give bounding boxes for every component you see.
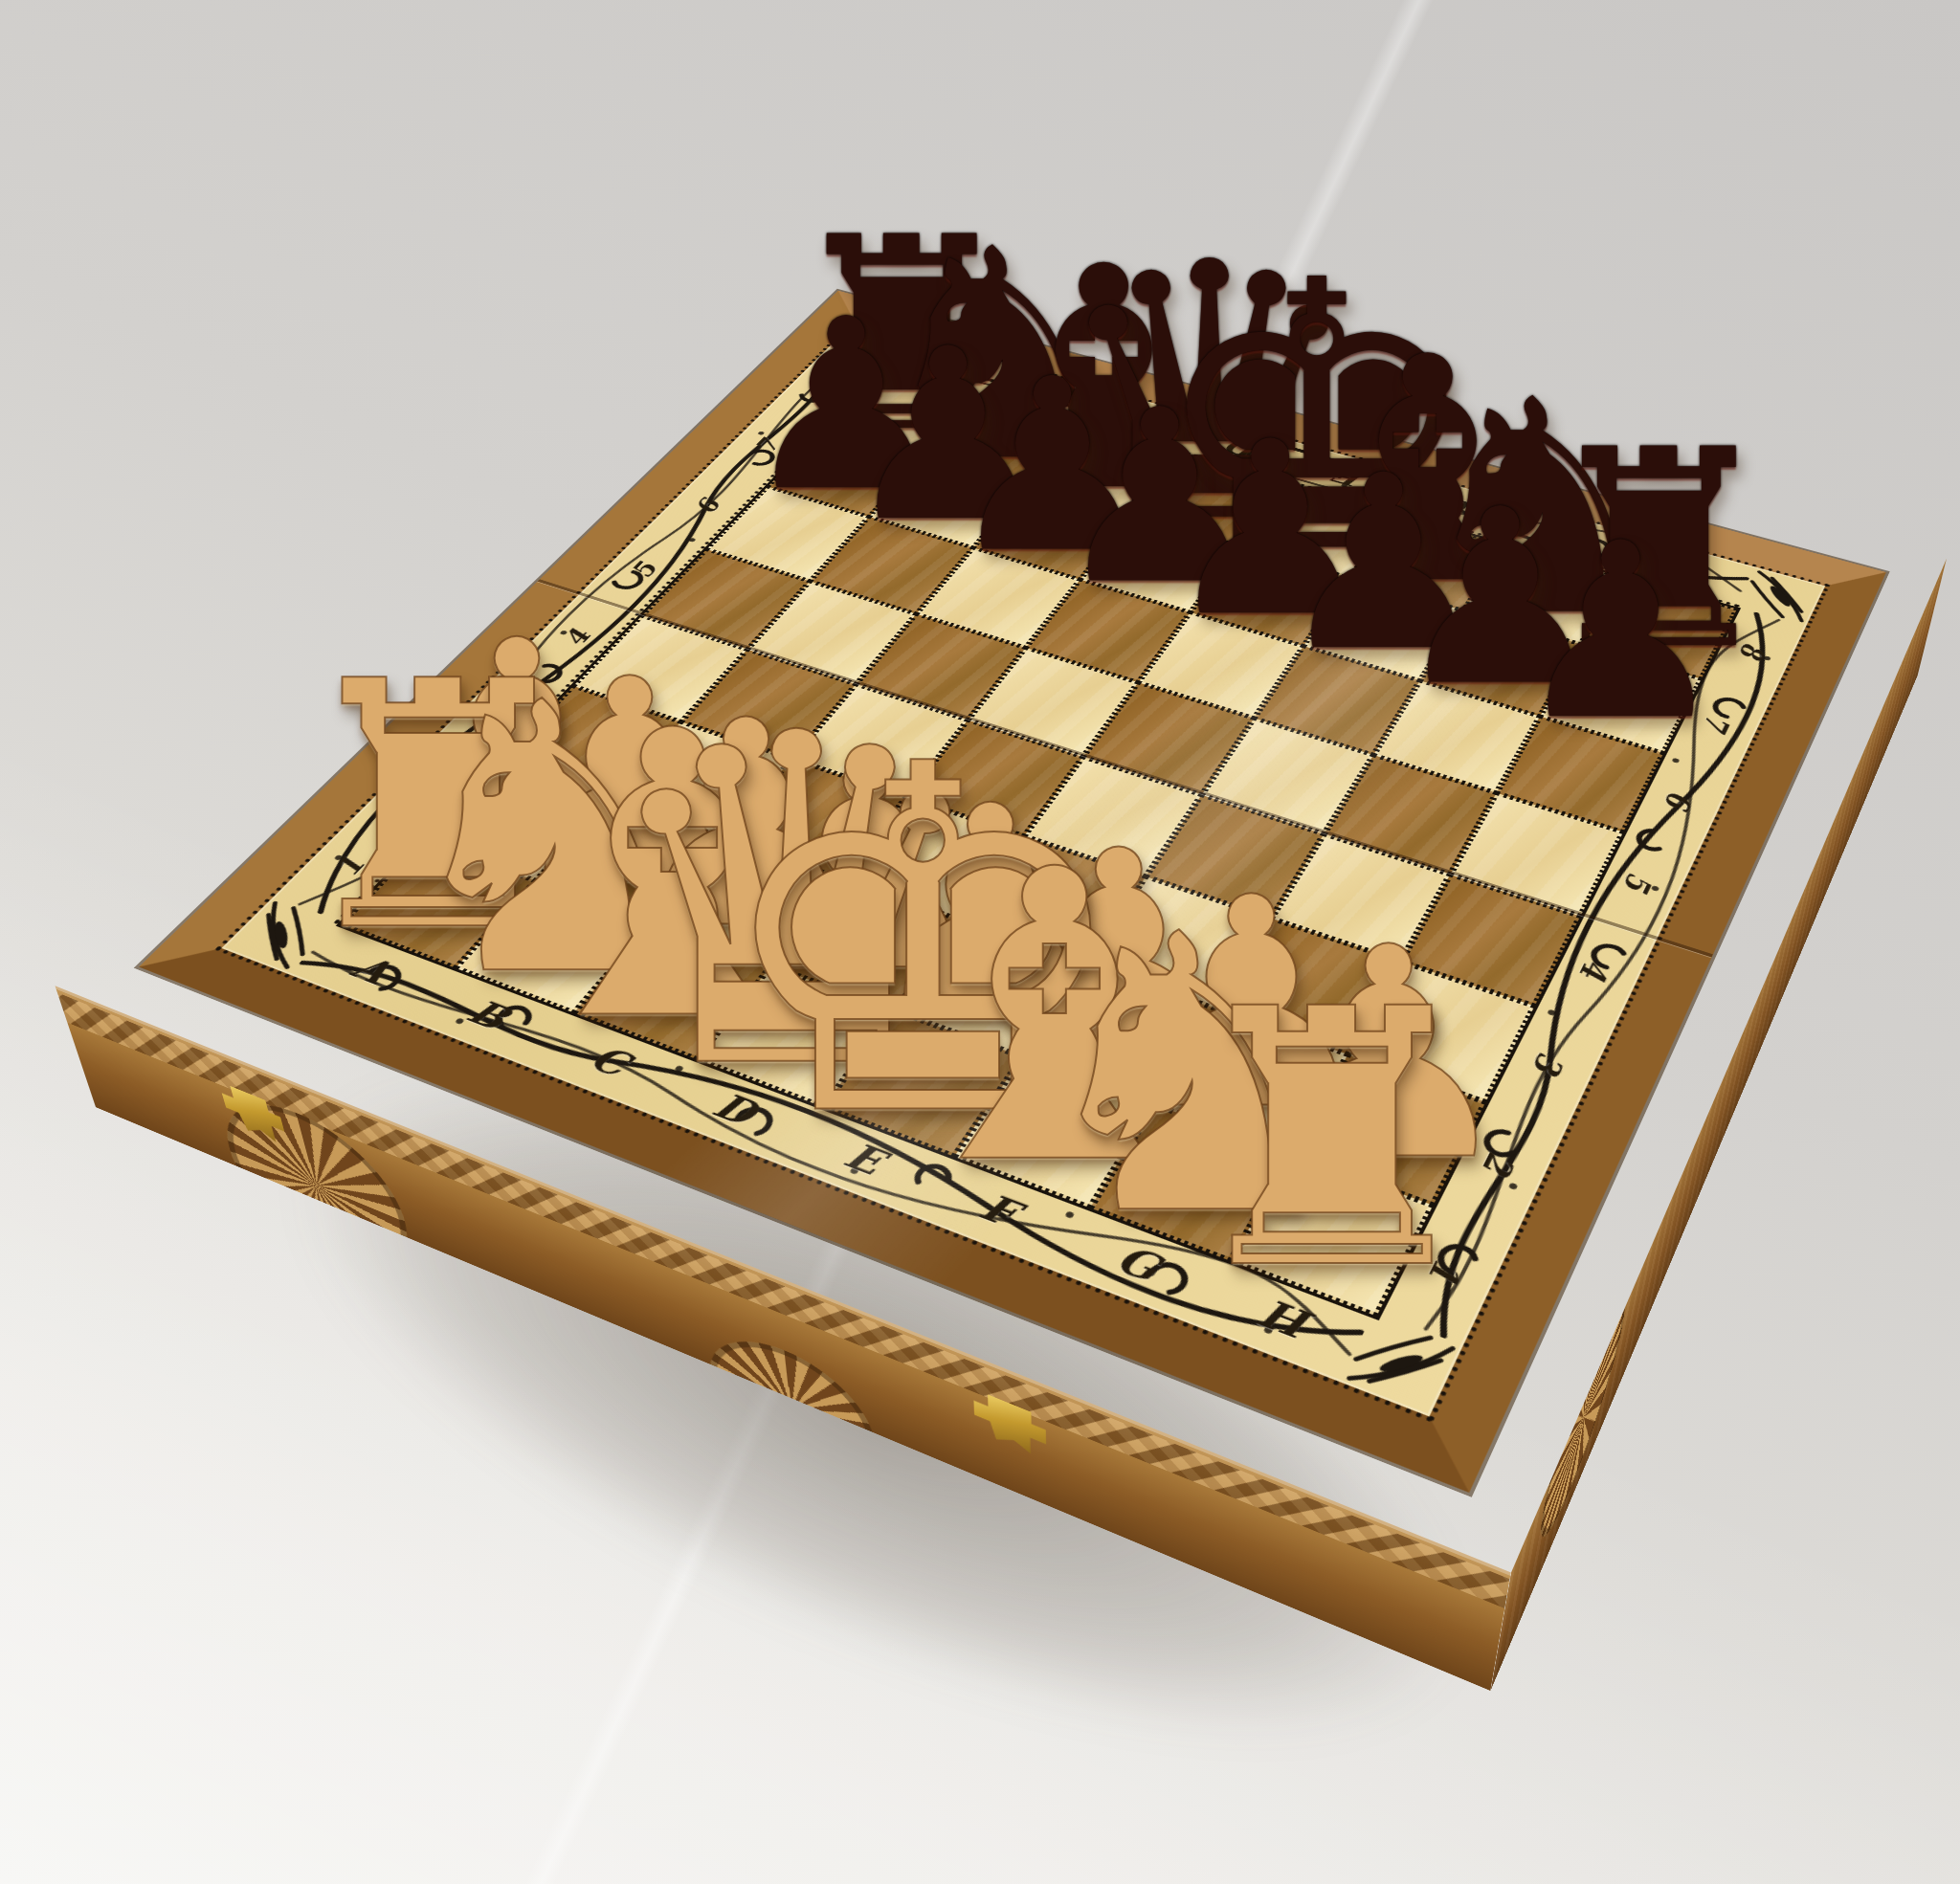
black-pawn-h7[interactable]: ♟ xyxy=(1512,519,1729,748)
white-rook-h1[interactable]: ♜ xyxy=(1173,972,1491,1309)
photo-scene: ABCDEFGH ABCDEFGH xyxy=(0,0,1960,1884)
rank-label-4: 4 xyxy=(1515,922,1677,1020)
rank-label-5: 5 xyxy=(1561,837,1717,929)
